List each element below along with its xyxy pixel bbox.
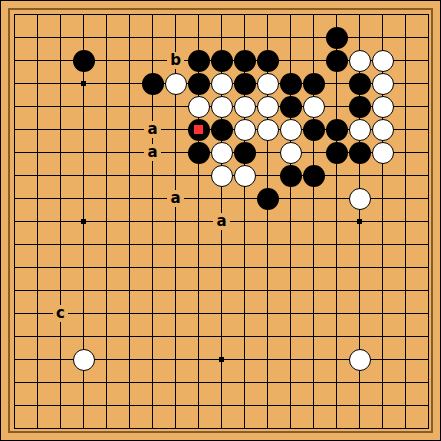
white-stone — [188, 96, 210, 118]
white-stone-point — [302, 95, 325, 118]
white-stone-point — [210, 95, 233, 118]
black-stone — [349, 142, 371, 164]
hoshi-dot — [357, 219, 362, 224]
black-stone-point — [233, 72, 256, 95]
hoshi-point — [72, 72, 95, 95]
black-stone — [326, 119, 348, 141]
black-stone-point — [187, 118, 210, 141]
black-stone — [188, 73, 210, 95]
black-stone-point — [187, 72, 210, 95]
white-stone-point — [187, 95, 210, 118]
white-stone-point — [279, 141, 302, 164]
point-label-text: b — [167, 52, 184, 69]
white-stone-point — [348, 187, 371, 210]
white-stone-point — [233, 95, 256, 118]
black-stone-point — [325, 118, 348, 141]
black-stone — [280, 73, 302, 95]
white-stone — [211, 142, 233, 164]
point-label-text: c — [53, 305, 68, 322]
black-stone — [326, 50, 348, 72]
white-stone — [257, 119, 279, 141]
white-stone — [372, 142, 394, 164]
black-stone-point — [72, 49, 95, 72]
white-stone-point — [348, 348, 371, 371]
white-stone — [349, 119, 371, 141]
white-stone-point — [371, 72, 394, 95]
black-stone-point — [279, 72, 302, 95]
black-stone — [349, 96, 371, 118]
point-label-b: b — [164, 49, 187, 72]
white-stone-point — [279, 118, 302, 141]
black-stone — [349, 73, 371, 95]
hoshi-point — [72, 210, 95, 233]
point-label-a: a — [141, 141, 164, 164]
black-stone — [234, 73, 256, 95]
black-stone — [211, 50, 233, 72]
black-stone — [303, 165, 325, 187]
hoshi-dot — [81, 219, 86, 224]
white-stone-point — [371, 141, 394, 164]
white-stone — [280, 142, 302, 164]
black-stone — [326, 27, 348, 49]
black-stone-point — [325, 49, 348, 72]
black-stone-point — [187, 141, 210, 164]
black-stone-point — [210, 49, 233, 72]
point-label-a: a — [164, 187, 187, 210]
white-stone — [372, 73, 394, 95]
point-label-text: a — [144, 121, 160, 138]
black-stone-point — [348, 72, 371, 95]
white-stone-point — [371, 118, 394, 141]
hoshi-dot — [219, 357, 224, 362]
white-stone-point — [348, 49, 371, 72]
white-stone — [303, 96, 325, 118]
white-stone — [211, 96, 233, 118]
black-stone-point — [325, 26, 348, 49]
black-stone — [73, 50, 95, 72]
white-stone-point — [210, 141, 233, 164]
black-stone-point — [302, 164, 325, 187]
black-stone — [257, 188, 279, 210]
white-stone — [349, 349, 371, 371]
point-label-text: a — [213, 213, 229, 230]
black-stone-point — [348, 95, 371, 118]
point-label-text: a — [167, 190, 183, 207]
black-stone — [326, 142, 348, 164]
black-stone — [211, 119, 233, 141]
black-stone — [188, 142, 210, 164]
black-stone-point — [141, 72, 164, 95]
board-intersections: baaaac — [3, 3, 440, 440]
black-stone — [188, 119, 210, 141]
black-stone — [257, 50, 279, 72]
black-stone — [303, 73, 325, 95]
white-stone-point — [233, 118, 256, 141]
white-stone — [211, 165, 233, 187]
white-stone — [280, 119, 302, 141]
black-stone-point — [233, 49, 256, 72]
white-stone — [257, 73, 279, 95]
go-diagram: baaaac — [0, 0, 441, 441]
point-label-text: a — [144, 144, 160, 161]
white-stone — [257, 96, 279, 118]
white-stone — [372, 50, 394, 72]
black-stone-point — [279, 95, 302, 118]
white-stone-point — [371, 49, 394, 72]
white-stone — [349, 188, 371, 210]
hoshi-point — [348, 210, 371, 233]
white-stone — [73, 349, 95, 371]
hoshi-dot — [81, 81, 86, 86]
white-stone — [349, 50, 371, 72]
white-stone-point — [233, 164, 256, 187]
white-stone — [234, 165, 256, 187]
white-stone-point — [72, 348, 95, 371]
point-label-a: a — [141, 118, 164, 141]
white-stone-point — [256, 118, 279, 141]
black-stone-point — [233, 141, 256, 164]
white-stone-point — [256, 72, 279, 95]
black-stone — [303, 119, 325, 141]
white-stone — [211, 73, 233, 95]
black-stone — [142, 73, 164, 95]
black-stone — [280, 96, 302, 118]
white-stone — [372, 96, 394, 118]
white-stone — [372, 119, 394, 141]
white-stone-point — [210, 164, 233, 187]
red-square-marker — [194, 125, 203, 134]
white-stone-point — [164, 72, 187, 95]
white-stone-point — [348, 118, 371, 141]
black-stone — [188, 50, 210, 72]
go-board: baaaac — [0, 0, 441, 441]
black-stone-point — [256, 187, 279, 210]
hoshi-point — [210, 348, 233, 371]
white-stone-point — [256, 95, 279, 118]
white-stone-point — [371, 95, 394, 118]
point-label-c: c — [49, 302, 72, 325]
white-stone — [234, 96, 256, 118]
white-stone — [165, 73, 187, 95]
black-stone-point — [348, 141, 371, 164]
black-stone-point — [302, 118, 325, 141]
black-stone-point — [302, 72, 325, 95]
black-stone-point — [325, 141, 348, 164]
black-stone-point — [187, 49, 210, 72]
black-stone — [234, 50, 256, 72]
black-stone — [280, 165, 302, 187]
black-stone — [234, 142, 256, 164]
white-stone-point — [210, 72, 233, 95]
black-stone-point — [256, 49, 279, 72]
point-label-a: a — [210, 210, 233, 233]
black-stone-point — [210, 118, 233, 141]
white-stone — [234, 119, 256, 141]
black-stone-point — [279, 164, 302, 187]
